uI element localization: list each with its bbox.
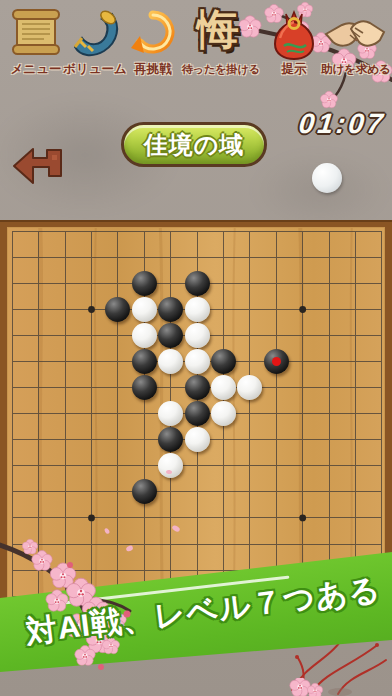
intersection[interactable] [0,401,26,427]
intersection[interactable] [316,401,342,427]
intersection[interactable] [316,218,342,244]
intersection[interactable] [184,270,210,296]
intersection[interactable] [210,244,236,270]
intersection[interactable] [52,375,78,401]
intersection[interactable] [369,505,392,531]
intersection[interactable] [157,349,183,375]
intersection[interactable] [342,322,368,348]
intersection[interactable] [210,322,236,348]
black-stone [185,271,210,296]
intersection[interactable] [105,505,131,531]
undo-button[interactable]: 悔 [194,4,242,60]
stage-button[interactable]: 佳境の域 [121,122,267,167]
intersection[interactable] [131,505,157,531]
intersection[interactable] [184,296,210,322]
intersection[interactable] [131,401,157,427]
intersection[interactable] [0,218,26,244]
white-stone [132,323,157,348]
menu-button[interactable] [10,8,62,56]
intersection[interactable] [184,322,210,348]
intersection[interactable] [52,349,78,375]
intersection[interactable] [157,427,183,453]
intersection[interactable] [78,218,104,244]
intersection[interactable] [26,401,52,427]
intersection[interactable] [316,375,342,401]
intersection[interactable] [26,427,52,453]
intersection[interactable] [289,244,315,270]
intersection[interactable] [131,557,157,583]
intersection[interactable] [237,244,263,270]
intersection[interactable] [0,427,26,453]
last-move-marker [272,357,281,366]
intersection[interactable] [26,531,52,557]
intersection[interactable] [289,375,315,401]
intersection[interactable] [184,531,210,557]
intersection[interactable] [78,244,104,270]
intersection[interactable] [342,427,368,453]
intersection[interactable] [78,505,104,531]
intersection[interactable] [131,479,157,505]
intersection[interactable] [210,401,236,427]
intersection[interactable] [105,557,131,583]
intersection[interactable] [342,453,368,479]
ask-help-button[interactable] [324,16,386,58]
intersection[interactable] [369,427,392,453]
volume-button[interactable] [68,10,122,60]
intersection[interactable] [184,375,210,401]
intersection[interactable] [105,244,131,270]
intersection[interactable] [26,479,52,505]
intersection[interactable] [342,296,368,322]
intersection[interactable] [26,296,52,322]
intersection[interactable] [78,531,104,557]
intersection[interactable] [289,270,315,296]
intersection[interactable] [52,401,78,427]
intersection[interactable] [131,296,157,322]
intersection[interactable] [78,557,104,583]
intersection[interactable] [26,505,52,531]
intersection[interactable] [210,349,236,375]
intersection[interactable] [157,479,183,505]
red-bag-icon [268,8,320,60]
black-stone [158,297,183,322]
intersection[interactable] [105,479,131,505]
intersection[interactable] [157,531,183,557]
volume-label[interactable]: ボリューム [60,60,130,78]
intersection[interactable] [210,296,236,322]
scroll-icon [10,8,62,56]
intersection[interactable] [263,427,289,453]
intersection[interactable] [289,218,315,244]
black-stone [185,401,210,426]
intersection[interactable] [369,270,392,296]
intersection[interactable] [26,453,52,479]
intersection[interactable] [263,505,289,531]
intersection[interactable] [316,453,342,479]
intersection[interactable] [78,401,104,427]
intersection[interactable] [52,218,78,244]
intersection[interactable] [210,270,236,296]
intersection[interactable] [52,322,78,348]
white-stone [237,375,262,400]
intersection[interactable] [157,296,183,322]
intersection[interactable] [78,427,104,453]
intersection[interactable] [316,244,342,270]
intersection[interactable] [237,505,263,531]
intersection[interactable] [26,270,52,296]
intersection[interactable] [263,322,289,348]
white-stone [132,297,157,322]
intersection[interactable] [289,322,315,348]
turn-indicator-white-stone [312,163,342,193]
intersection[interactable] [316,505,342,531]
black-stone [132,375,157,400]
intersection[interactable] [157,505,183,531]
stone-layer [0,218,392,609]
intersection[interactable] [237,349,263,375]
intersection[interactable] [210,375,236,401]
retry-button[interactable] [130,8,176,60]
intersection[interactable] [131,218,157,244]
black-stone [185,375,210,400]
intersection[interactable] [157,218,183,244]
intersection[interactable] [0,349,26,375]
white-stone [185,323,210,348]
intersection[interactable] [210,479,236,505]
intersection[interactable] [237,270,263,296]
intersection[interactable] [52,244,78,270]
intersection[interactable] [263,453,289,479]
gomoku-board[interactable] [0,220,392,610]
intersection[interactable] [342,270,368,296]
intersection[interactable] [263,296,289,322]
intersection[interactable] [105,322,131,348]
intersection[interactable] [237,218,263,244]
intersection[interactable] [210,505,236,531]
intersection[interactable] [157,453,183,479]
intersection[interactable] [342,531,368,557]
intersection[interactable] [0,322,26,348]
retry-label[interactable]: 再挑戦 [124,60,182,78]
intersection[interactable] [289,349,315,375]
intersection[interactable] [131,453,157,479]
intersection[interactable] [369,375,392,401]
black-stone [158,427,183,452]
white-stone [211,401,236,426]
intersection[interactable] [105,427,131,453]
intersection[interactable] [342,218,368,244]
intersection[interactable] [105,296,131,322]
intersection[interactable] [26,375,52,401]
intersection[interactable] [316,427,342,453]
intersection[interactable] [0,557,26,583]
intersection[interactable] [52,505,78,531]
intersection[interactable] [131,375,157,401]
intersection[interactable] [78,453,104,479]
black-stone [132,349,157,374]
gomoku-app-screen: { "game": "gomoku", "app_language": "ja"… [0,0,392,696]
intersection[interactable] [52,531,78,557]
intersection[interactable] [316,531,342,557]
intersection[interactable] [369,218,392,244]
intersection[interactable] [237,531,263,557]
intersection[interactable] [369,349,392,375]
black-stone [264,349,289,374]
intersection[interactable] [78,270,104,296]
intersection[interactable] [52,479,78,505]
intersection[interactable] [0,375,26,401]
intersection[interactable] [184,479,210,505]
intersection[interactable] [26,557,52,583]
intersection[interactable] [105,270,131,296]
intersection[interactable] [52,453,78,479]
intersection[interactable] [105,349,131,375]
intersection[interactable] [105,218,131,244]
black-stone [211,349,236,374]
intersection[interactable] [237,375,263,401]
intersection[interactable] [210,531,236,557]
intersection[interactable] [157,322,183,348]
intersection[interactable] [52,270,78,296]
black-stone [132,271,157,296]
intersection[interactable] [0,531,26,557]
intersection[interactable] [184,453,210,479]
back-arrow-button[interactable] [12,140,62,184]
intersection[interactable] [237,479,263,505]
intersection[interactable] [157,244,183,270]
intersection[interactable] [78,322,104,348]
intersection[interactable] [342,375,368,401]
intersection[interactable] [210,453,236,479]
black-stone [105,297,130,322]
intersection[interactable] [289,401,315,427]
intersection[interactable] [184,427,210,453]
black-stone [158,323,183,348]
white-stone [158,401,183,426]
white-stone [185,297,210,322]
intersection[interactable] [157,375,183,401]
intersection[interactable] [0,296,26,322]
black-stone [132,479,157,504]
intersection[interactable] [289,453,315,479]
white-stone [158,453,183,478]
intersection[interactable] [78,479,104,505]
intersection[interactable] [369,479,392,505]
horn-icon [68,10,122,60]
intersection[interactable] [105,375,131,401]
intersection[interactable] [210,218,236,244]
intersection[interactable] [342,349,368,375]
intersection[interactable] [342,401,368,427]
intersection[interactable] [263,401,289,427]
hint-button[interactable] [268,8,320,60]
menu-label[interactable]: メニュー [4,60,68,78]
intersection[interactable] [369,401,392,427]
ask-help-label[interactable]: 助けを求める [320,60,392,78]
sakura-blossom-bottom [285,678,325,696]
white-stone [185,349,210,374]
intersection[interactable] [289,531,315,557]
stage-button-label: 佳境の域 [144,129,245,161]
intersection[interactable] [78,349,104,375]
intersection[interactable] [52,296,78,322]
intersection[interactable] [0,453,26,479]
white-stone [211,375,236,400]
intersection[interactable] [105,401,131,427]
intersection[interactable] [263,531,289,557]
intersection[interactable] [184,505,210,531]
intersection[interactable] [237,322,263,348]
kanji-kai-icon: 悔 [194,4,242,56]
intersection[interactable] [237,427,263,453]
intersection[interactable] [184,401,210,427]
intersection[interactable] [26,322,52,348]
intersection[interactable] [369,244,392,270]
intersection[interactable] [105,453,131,479]
intersection[interactable] [316,270,342,296]
intersection[interactable] [52,427,78,453]
intersection[interactable] [157,401,183,427]
intersection[interactable] [316,349,342,375]
intersection[interactable] [263,349,289,375]
intersection[interactable] [131,322,157,348]
intersection[interactable] [263,244,289,270]
intersection[interactable] [131,244,157,270]
intersection[interactable] [131,427,157,453]
undo-label[interactable]: 待ったを掛ける [178,60,264,78]
intersection[interactable] [26,218,52,244]
intersection[interactable] [210,427,236,453]
hint-label[interactable]: 提示 [268,60,320,78]
intersection[interactable] [78,375,104,401]
intersection[interactable] [26,349,52,375]
intersection[interactable] [0,505,26,531]
intersection[interactable] [263,218,289,244]
intersection[interactable] [105,531,131,557]
intersection[interactable] [369,296,392,322]
intersection[interactable] [78,296,104,322]
intersection[interactable] [263,270,289,296]
intersection[interactable] [184,218,210,244]
intersection[interactable] [184,349,210,375]
intersection[interactable] [131,349,157,375]
intersection[interactable] [342,505,368,531]
intersection[interactable] [342,479,368,505]
retry-swirl-icon [130,8,176,60]
intersection[interactable] [289,479,315,505]
intersection[interactable] [316,479,342,505]
intersection[interactable] [289,296,315,322]
handshake-icon [324,16,386,58]
intersection[interactable] [26,244,52,270]
intersection[interactable] [237,401,263,427]
intersection[interactable] [237,296,263,322]
intersection[interactable] [52,557,78,583]
intersection[interactable] [184,244,210,270]
intersection[interactable] [369,453,392,479]
intersection[interactable] [131,531,157,557]
intersection[interactable] [263,375,289,401]
intersection[interactable] [289,505,315,531]
timer: 01:07 [298,108,388,140]
intersection[interactable] [369,322,392,348]
intersection[interactable] [0,270,26,296]
intersection[interactable] [237,453,263,479]
intersection[interactable] [263,479,289,505]
intersection[interactable] [0,244,26,270]
intersection[interactable] [289,427,315,453]
intersection[interactable] [316,322,342,348]
intersection[interactable] [0,479,26,505]
white-stone [185,427,210,452]
intersection[interactable] [131,270,157,296]
intersection[interactable] [342,244,368,270]
intersection[interactable] [157,270,183,296]
intersection[interactable] [316,296,342,322]
white-stone [158,349,183,374]
